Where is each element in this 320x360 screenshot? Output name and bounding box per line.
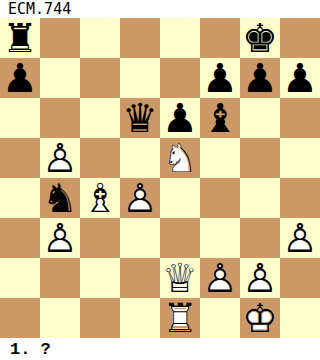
square-b8[interactable] <box>40 18 80 58</box>
piece-glyph: ♟ <box>160 98 200 138</box>
white-pawn-h3[interactable]: ♟♙ <box>280 218 320 258</box>
piece-outline: ♙ <box>280 218 320 258</box>
white-pawn-f2[interactable]: ♟♙ <box>200 258 240 298</box>
square-b7[interactable] <box>40 58 80 98</box>
square-a7[interactable]: ♟ <box>0 58 40 98</box>
square-g3[interactable] <box>240 218 280 258</box>
black-pawn-h7[interactable]: ♟ <box>280 58 320 98</box>
square-f2[interactable]: ♟♙ <box>200 258 240 298</box>
piece-outline: ♙ <box>40 138 80 178</box>
square-h3[interactable]: ♟♙ <box>280 218 320 258</box>
piece-outline: ♖ <box>160 298 200 338</box>
square-g1[interactable]: ♚♔ <box>240 298 280 338</box>
move-prompt: 1. ? <box>0 338 320 360</box>
square-e4[interactable] <box>160 178 200 218</box>
white-knight-e5[interactable]: ♞♘ <box>160 138 200 178</box>
square-e7[interactable] <box>160 58 200 98</box>
square-d3[interactable] <box>120 218 160 258</box>
black-king-g8[interactable]: ♚ <box>240 18 280 58</box>
square-h6[interactable] <box>280 98 320 138</box>
white-bishop-c4[interactable]: ♝♗ <box>80 178 120 218</box>
square-h7[interactable]: ♟ <box>280 58 320 98</box>
square-h4[interactable] <box>280 178 320 218</box>
square-f8[interactable] <box>200 18 240 58</box>
black-rook-a8[interactable]: ♜ <box>0 18 40 58</box>
square-f5[interactable] <box>200 138 240 178</box>
piece-outline: ♗ <box>80 178 120 218</box>
square-f6[interactable]: ♝ <box>200 98 240 138</box>
piece-glyph: ♞ <box>40 178 80 218</box>
square-g7[interactable]: ♟ <box>240 58 280 98</box>
piece-glyph: ♚ <box>240 18 280 58</box>
white-pawn-b3[interactable]: ♟♙ <box>40 218 80 258</box>
square-d2[interactable] <box>120 258 160 298</box>
square-c4[interactable]: ♝♗ <box>80 178 120 218</box>
black-pawn-a7[interactable]: ♟ <box>0 58 40 98</box>
piece-glyph: ♟ <box>280 58 320 98</box>
square-h2[interactable] <box>280 258 320 298</box>
square-e8[interactable] <box>160 18 200 58</box>
piece-outline: ♙ <box>240 258 280 298</box>
piece-outline: ♕ <box>160 258 200 298</box>
white-pawn-g2[interactable]: ♟♙ <box>240 258 280 298</box>
square-b4[interactable]: ♞ <box>40 178 80 218</box>
square-b5[interactable]: ♟♙ <box>40 138 80 178</box>
square-e2[interactable]: ♛♕ <box>160 258 200 298</box>
piece-glyph: ♟ <box>0 58 40 98</box>
square-d6[interactable]: ♛ <box>120 98 160 138</box>
piece-glyph: ♝ <box>200 98 240 138</box>
white-rook-e1[interactable]: ♜♖ <box>160 298 200 338</box>
chess-diagram: ECM.744 ♜♚♟♟♟♟♛♟♝♟♙♞♘♞♝♗♟♙♟♙♟♙♛♕♟♙♟♙♜♖♚♔… <box>0 0 320 360</box>
square-c8[interactable] <box>80 18 120 58</box>
piece-glyph: ♟ <box>200 58 240 98</box>
square-a5[interactable] <box>0 138 40 178</box>
square-a2[interactable] <box>0 258 40 298</box>
square-e5[interactable]: ♞♘ <box>160 138 200 178</box>
square-g2[interactable]: ♟♙ <box>240 258 280 298</box>
square-g6[interactable] <box>240 98 280 138</box>
square-a8[interactable]: ♜ <box>0 18 40 58</box>
square-c7[interactable] <box>80 58 120 98</box>
square-d5[interactable] <box>120 138 160 178</box>
square-e1[interactable]: ♜♖ <box>160 298 200 338</box>
square-e3[interactable] <box>160 218 200 258</box>
square-d8[interactable] <box>120 18 160 58</box>
square-h5[interactable] <box>280 138 320 178</box>
black-knight-b4[interactable]: ♞ <box>40 178 80 218</box>
square-h8[interactable] <box>280 18 320 58</box>
black-pawn-g7[interactable]: ♟ <box>240 58 280 98</box>
white-pawn-b5[interactable]: ♟♙ <box>40 138 80 178</box>
square-c3[interactable] <box>80 218 120 258</box>
square-g5[interactable] <box>240 138 280 178</box>
square-b2[interactable] <box>40 258 80 298</box>
square-a4[interactable] <box>0 178 40 218</box>
square-d4[interactable]: ♟♙ <box>120 178 160 218</box>
square-d1[interactable] <box>120 298 160 338</box>
white-pawn-d4[interactable]: ♟♙ <box>120 178 160 218</box>
square-e6[interactable]: ♟ <box>160 98 200 138</box>
square-b6[interactable] <box>40 98 80 138</box>
square-a1[interactable] <box>0 298 40 338</box>
square-g8[interactable]: ♚ <box>240 18 280 58</box>
black-bishop-f6[interactable]: ♝ <box>200 98 240 138</box>
piece-outline: ♔ <box>240 298 280 338</box>
square-b1[interactable] <box>40 298 80 338</box>
piece-outline: ♙ <box>40 218 80 258</box>
square-b3[interactable]: ♟♙ <box>40 218 80 258</box>
chess-board: ♜♚♟♟♟♟♛♟♝♟♙♞♘♞♝♗♟♙♟♙♟♙♛♕♟♙♟♙♜♖♚♔ <box>0 18 320 338</box>
square-f1[interactable] <box>200 298 240 338</box>
piece-outline: ♙ <box>200 258 240 298</box>
square-c6[interactable] <box>80 98 120 138</box>
piece-glyph: ♟ <box>240 58 280 98</box>
white-queen-e2[interactable]: ♛♕ <box>160 258 200 298</box>
square-c1[interactable] <box>80 298 120 338</box>
square-f7[interactable]: ♟ <box>200 58 240 98</box>
piece-outline: ♘ <box>160 138 200 178</box>
black-pawn-f7[interactable]: ♟ <box>200 58 240 98</box>
black-pawn-e6[interactable]: ♟ <box>160 98 200 138</box>
piece-outline: ♙ <box>120 178 160 218</box>
square-d7[interactable] <box>120 58 160 98</box>
black-queen-d6[interactable]: ♛ <box>120 98 160 138</box>
square-f3[interactable] <box>200 218 240 258</box>
square-h1[interactable] <box>280 298 320 338</box>
square-g4[interactable] <box>240 178 280 218</box>
piece-glyph: ♛ <box>120 98 160 138</box>
piece-glyph: ♜ <box>0 18 40 58</box>
square-a3[interactable] <box>0 218 40 258</box>
square-c5[interactable] <box>80 138 120 178</box>
square-c2[interactable] <box>80 258 120 298</box>
white-king-g1[interactable]: ♚♔ <box>240 298 280 338</box>
square-a6[interactable] <box>0 98 40 138</box>
square-f4[interactable] <box>200 178 240 218</box>
